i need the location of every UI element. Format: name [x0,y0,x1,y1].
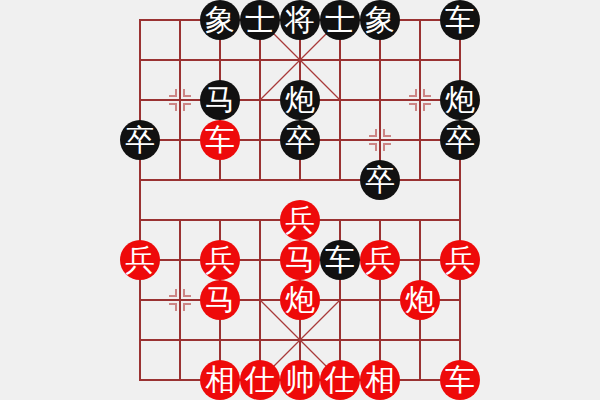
piece-black-cannon[interactable]: 炮 [280,80,320,120]
piece-black-elephant[interactable]: 象 [360,0,400,40]
piece-red-chariot[interactable]: 车 [200,120,240,160]
piece-red-chariot[interactable]: 车 [440,360,480,400]
piece-red-soldier[interactable]: 兵 [440,240,480,280]
piece-red-advisor[interactable]: 仕 [240,360,280,400]
pieces-layer: 象士将士象车马炮炮卒卒卒卒车车兵兵兵马兵兵马炮炮相仕帅仕相车 [0,0,600,400]
piece-red-soldier[interactable]: 兵 [280,200,320,240]
piece-red-horse[interactable]: 马 [200,280,240,320]
piece-black-advisor[interactable]: 士 [320,0,360,40]
piece-black-chariot[interactable]: 车 [320,240,360,280]
piece-black-chariot[interactable]: 车 [440,0,480,40]
piece-red-elephant[interactable]: 相 [200,360,240,400]
piece-red-advisor[interactable]: 仕 [320,360,360,400]
piece-red-soldier[interactable]: 兵 [360,240,400,280]
piece-black-cannon[interactable]: 炮 [440,80,480,120]
piece-red-general[interactable]: 帅 [280,360,320,400]
piece-black-soldier[interactable]: 卒 [440,120,480,160]
piece-black-horse[interactable]: 马 [200,80,240,120]
piece-red-horse[interactable]: 马 [280,240,320,280]
piece-red-cannon[interactable]: 炮 [400,280,440,320]
piece-black-soldier[interactable]: 卒 [120,120,160,160]
piece-black-soldier[interactable]: 卒 [280,120,320,160]
xiangqi-board: 象士将士象车马炮炮卒卒卒卒车车兵兵兵马兵兵马炮炮相仕帅仕相车 [0,0,600,400]
piece-red-elephant[interactable]: 相 [360,360,400,400]
piece-black-elephant[interactable]: 象 [200,0,240,40]
piece-black-soldier[interactable]: 卒 [360,160,400,200]
piece-red-soldier[interactable]: 兵 [120,240,160,280]
piece-red-cannon[interactable]: 炮 [280,280,320,320]
piece-black-advisor[interactable]: 士 [240,0,280,40]
piece-red-soldier[interactable]: 兵 [200,240,240,280]
piece-black-general[interactable]: 将 [280,0,320,40]
